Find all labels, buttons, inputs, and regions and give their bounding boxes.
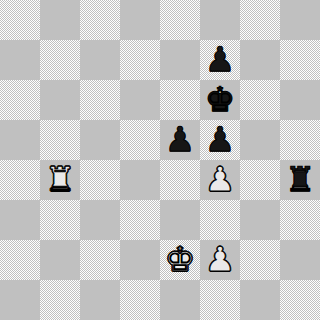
chess-diagram: ♟♚♟♟♜♟♜♚♟ [0, 0, 320, 320]
white-rook-b4[interactable]: ♜ [45, 160, 75, 199]
square-e7[interactable] [160, 40, 200, 80]
square-b3[interactable] [40, 200, 80, 240]
square-d4[interactable] [120, 160, 160, 200]
black-king-f6[interactable]: ♚ [205, 80, 235, 119]
square-b4[interactable]: ♜ [40, 160, 80, 200]
square-e3[interactable] [160, 200, 200, 240]
square-g2[interactable] [240, 240, 280, 280]
square-f8[interactable] [200, 0, 240, 40]
white-king-e2[interactable]: ♚ [165, 240, 195, 279]
square-a6[interactable] [0, 80, 40, 120]
square-g7[interactable] [240, 40, 280, 80]
square-g8[interactable] [240, 0, 280, 40]
square-c7[interactable] [80, 40, 120, 80]
square-f7[interactable]: ♟ [200, 40, 240, 80]
square-d5[interactable] [120, 120, 160, 160]
square-h6[interactable] [280, 80, 320, 120]
square-h3[interactable] [280, 200, 320, 240]
square-f4[interactable]: ♟ [200, 160, 240, 200]
square-g5[interactable] [240, 120, 280, 160]
square-c4[interactable] [80, 160, 120, 200]
black-rook-h4[interactable]: ♜ [285, 160, 315, 199]
square-a3[interactable] [0, 200, 40, 240]
square-e4[interactable] [160, 160, 200, 200]
square-h5[interactable] [280, 120, 320, 160]
square-c8[interactable] [80, 0, 120, 40]
square-a7[interactable] [0, 40, 40, 80]
black-pawn-f7[interactable]: ♟ [205, 40, 235, 79]
square-c6[interactable] [80, 80, 120, 120]
chess-board: ♟♚♟♟♜♟♜♚♟ [0, 0, 320, 320]
black-pawn-f5[interactable]: ♟ [205, 120, 235, 159]
square-e2[interactable]: ♚ [160, 240, 200, 280]
square-e8[interactable] [160, 0, 200, 40]
square-h2[interactable] [280, 240, 320, 280]
square-b8[interactable] [40, 0, 80, 40]
square-d2[interactable] [120, 240, 160, 280]
square-e6[interactable] [160, 80, 200, 120]
square-g3[interactable] [240, 200, 280, 240]
square-f5[interactable]: ♟ [200, 120, 240, 160]
square-d7[interactable] [120, 40, 160, 80]
square-a5[interactable] [0, 120, 40, 160]
square-b7[interactable] [40, 40, 80, 80]
square-h1[interactable] [280, 280, 320, 320]
square-e5[interactable]: ♟ [160, 120, 200, 160]
square-b1[interactable] [40, 280, 80, 320]
square-d6[interactable] [120, 80, 160, 120]
square-c5[interactable] [80, 120, 120, 160]
square-a2[interactable] [0, 240, 40, 280]
square-g4[interactable] [240, 160, 280, 200]
square-g6[interactable] [240, 80, 280, 120]
square-f6[interactable]: ♚ [200, 80, 240, 120]
square-b5[interactable] [40, 120, 80, 160]
square-h4[interactable]: ♜ [280, 160, 320, 200]
square-c3[interactable] [80, 200, 120, 240]
white-pawn-f4[interactable]: ♟ [205, 160, 235, 199]
square-e1[interactable] [160, 280, 200, 320]
white-pawn-f2[interactable]: ♟ [205, 240, 235, 279]
square-g1[interactable] [240, 280, 280, 320]
square-d8[interactable] [120, 0, 160, 40]
square-a8[interactable] [0, 0, 40, 40]
square-h7[interactable] [280, 40, 320, 80]
square-f1[interactable] [200, 280, 240, 320]
square-b6[interactable] [40, 80, 80, 120]
black-pawn-e5[interactable]: ♟ [165, 120, 195, 159]
square-f2[interactable]: ♟ [200, 240, 240, 280]
square-f3[interactable] [200, 200, 240, 240]
square-a4[interactable] [0, 160, 40, 200]
square-c1[interactable] [80, 280, 120, 320]
square-d3[interactable] [120, 200, 160, 240]
square-h8[interactable] [280, 0, 320, 40]
square-c2[interactable] [80, 240, 120, 280]
square-a1[interactable] [0, 280, 40, 320]
square-d1[interactable] [120, 280, 160, 320]
square-b2[interactable] [40, 240, 80, 280]
